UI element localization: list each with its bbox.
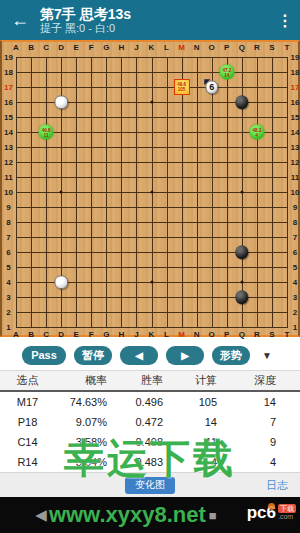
coord-letter: L: [164, 330, 169, 339]
pc6-logo-suffix: .com: [278, 513, 293, 521]
candidate-move-marker[interactable]: 49.811: [39, 125, 54, 140]
candidate-move-marker[interactable]: 48.34: [249, 125, 264, 140]
table-cell: P18: [0, 416, 55, 428]
table-cell: C14: [0, 436, 55, 448]
table-row[interactable]: C143.58%0.498119: [0, 432, 300, 452]
coord-letter: L: [164, 42, 169, 51]
table-cell: 7: [222, 416, 300, 428]
coord-number: 8: [293, 218, 297, 227]
pass-button[interactable]: Pass: [22, 346, 66, 365]
table-row[interactable]: M1774.63%0.49610514: [0, 392, 300, 412]
column-header: 计算: [165, 373, 222, 388]
coord-letter: Q: [239, 330, 245, 339]
star-point: [240, 191, 243, 194]
coord-letter: G: [103, 330, 109, 339]
coord-number: 16: [291, 98, 300, 107]
candidate-move-marker[interactable]: 47.214: [219, 65, 234, 80]
coord-number: 3: [293, 293, 297, 302]
bottom-nav-bar: ◀ www.xyxy8.net ■ pc6 下载 .com: [0, 497, 300, 533]
log-link[interactable]: 日志: [266, 478, 288, 493]
white-stone: 6: [205, 80, 219, 94]
coord-letter: O: [209, 330, 215, 339]
coord-number: 12: [4, 158, 13, 167]
coord-number: 15: [4, 113, 13, 122]
coord-letter: F: [89, 330, 94, 339]
white-stone: [54, 275, 68, 289]
table-cell: 3.58%: [55, 436, 110, 448]
column-header: 胜率: [110, 373, 165, 388]
table-cell: M17: [0, 396, 55, 408]
table-cell: 0.498: [110, 436, 165, 448]
coord-number: 15: [291, 113, 300, 122]
right-arrow-icon: ▶: [181, 350, 189, 361]
table-cell: 9: [222, 436, 300, 448]
coord-number: 6: [6, 248, 10, 257]
table-cell: 14: [165, 416, 222, 428]
chevron-down-icon[interactable]: ▼: [262, 350, 272, 361]
coord-letter: D: [58, 330, 64, 339]
coord-number: 10: [4, 188, 13, 197]
black-stone: [235, 245, 249, 259]
app-header: ← 第7手 思考13s 提子 黑:0 - 白:0 ⋮: [0, 0, 300, 40]
coord-letter: J: [134, 42, 138, 51]
coord-letter: Q: [239, 42, 245, 51]
marker-value: 11: [44, 132, 49, 137]
coord-letter: J: [134, 330, 138, 339]
coord-letter: O: [209, 42, 215, 51]
coord-number: 18: [4, 68, 13, 77]
table-cell: 11: [165, 436, 222, 448]
table-row[interactable]: P189.07%0.472147: [0, 412, 300, 432]
table-header-row: 选点概率胜率计算深度: [0, 370, 300, 392]
table-cell: 3.04%: [55, 456, 110, 468]
coord-number: 9: [293, 203, 297, 212]
coord-letter: T: [285, 42, 290, 51]
coord-number: 8: [6, 218, 10, 227]
pc6-logo-text: pc6: [247, 504, 276, 521]
coord-letter: M: [178, 330, 185, 339]
overflow-menu-icon[interactable]: ⋮: [270, 11, 300, 30]
table-cell: 74.63%: [55, 396, 110, 408]
star-point: [240, 281, 243, 284]
coord-letter: K: [149, 42, 155, 51]
coord-number: 5: [6, 263, 10, 272]
coord-number: 17: [4, 83, 13, 92]
coord-letter: N: [194, 330, 200, 339]
column-header: 选点: [0, 373, 55, 388]
pc6-logo-badge: 下载: [278, 504, 296, 513]
left-arrow-icon: ◀: [135, 350, 143, 361]
white-stone: [54, 95, 68, 109]
coord-number: 11: [291, 173, 299, 182]
coord-number: 14: [291, 128, 300, 137]
watermark-url: www.xyxy8.net: [49, 502, 206, 528]
best-move-marker[interactable]: 49.6105: [174, 79, 190, 95]
coord-letter: D: [58, 42, 64, 51]
coord-number: 11: [4, 173, 12, 182]
coord-letter: S: [269, 330, 274, 339]
coord-letter: M: [178, 42, 185, 51]
table-cell: 0.483: [110, 456, 165, 468]
coord-letter: H: [118, 330, 124, 339]
coord-number: 7: [293, 233, 297, 242]
coord-letter: E: [74, 42, 79, 51]
table-cell: 105: [165, 396, 222, 408]
table-cell: 9.07%: [55, 416, 110, 428]
pc6-logo-dot: [268, 503, 275, 510]
footer-bar: 变化图 日志: [0, 472, 300, 497]
prev-move-button[interactable]: ◀: [120, 346, 158, 365]
coord-number: 16: [4, 98, 13, 107]
coord-number: 19: [291, 53, 300, 62]
analysis-table: 选点概率胜率计算深度M1774.63%0.49610514P189.07%0.4…: [0, 370, 300, 472]
url-watermark: ◀ www.xyxy8.net ■: [35, 502, 216, 528]
marker-value: 4: [256, 132, 259, 137]
coord-number: 13: [291, 143, 300, 152]
coord-letter: S: [269, 42, 274, 51]
marker-value: 14: [224, 72, 229, 77]
next-move-button[interactable]: ▶: [166, 346, 204, 365]
coord-number: 19: [4, 53, 13, 62]
page-title: 第7手 思考13s: [40, 6, 270, 22]
star-point: [150, 281, 153, 284]
coord-letter: B: [28, 330, 34, 339]
coord-letter: C: [43, 42, 49, 51]
table-cell: R14: [0, 456, 55, 468]
coord-number: 7: [6, 233, 10, 242]
coord-number: 4: [293, 278, 297, 287]
situation-button[interactable]: 形势: [212, 346, 250, 365]
watermark-square-icon: ■: [209, 508, 217, 523]
coord-number: 12: [291, 158, 300, 167]
coord-number: 13: [4, 143, 13, 152]
coord-number: 2: [6, 308, 10, 317]
coord-letter: E: [74, 330, 79, 339]
star-point: [150, 191, 153, 194]
coord-letter: N: [194, 42, 200, 51]
coord-letter: K: [149, 330, 155, 339]
coord-number: 4: [6, 278, 10, 287]
controls-bar: Pass 暂停 ◀ ▶ 形势 ▼: [0, 343, 300, 367]
coord-number: 5: [293, 263, 297, 272]
coord-number: 1: [293, 323, 297, 332]
coord-number: 14: [4, 128, 13, 137]
table-cell: 14: [222, 396, 300, 408]
black-stone: [235, 290, 249, 304]
pause-button[interactable]: 暂停: [74, 346, 112, 365]
pc6-logo: pc6 下载 .com: [247, 504, 296, 521]
coord-letter: P: [224, 330, 229, 339]
last-move-flag-icon: [204, 79, 210, 85]
coord-letter: F: [89, 42, 94, 51]
coord-number: 2: [293, 308, 297, 317]
table-cell: 0.472: [110, 416, 165, 428]
black-stone: [235, 95, 249, 109]
variation-button[interactable]: 变化图: [125, 477, 175, 494]
coord-number: 10: [291, 188, 300, 197]
coord-letter: T: [285, 330, 290, 339]
app-screen: ← 第7手 思考13s 提子 黑:0 - 白:0 ⋮ AABBCCDDEEFFG…: [0, 0, 300, 533]
coord-number: 17: [291, 83, 300, 92]
coord-letter: B: [28, 42, 34, 51]
column-header: 概率: [55, 373, 110, 388]
coord-number: 9: [6, 203, 10, 212]
coord-number: 3: [6, 293, 10, 302]
coord-letter: R: [254, 42, 260, 51]
coord-number: 6: [293, 248, 297, 257]
captures-status: 提子 黑:0 - 白:0: [40, 22, 270, 35]
marker-value: 105: [178, 87, 186, 92]
column-header: 深度: [222, 373, 300, 388]
table-cell: 0.496: [110, 396, 165, 408]
star-point: [60, 191, 63, 194]
coord-letter: H: [118, 42, 124, 51]
star-point: [150, 101, 153, 104]
go-board[interactable]: AABBCCDDEEFFGGHHJJKKLLMMNNOOPPQQRRSSTT19…: [0, 40, 300, 337]
coord-letter: C: [43, 330, 49, 339]
table-cell: 4: [165, 456, 222, 468]
coord-letter: A: [13, 42, 19, 51]
table-row[interactable]: R143.04%0.48344: [0, 452, 300, 472]
coord-letter: R: [254, 330, 260, 339]
coord-letter: A: [13, 330, 19, 339]
watermark-back-icon: ◀: [35, 506, 47, 524]
coord-letter: G: [103, 42, 109, 51]
header-titles: 第7手 思考13s 提子 黑:0 - 白:0: [40, 5, 270, 35]
table-cell: 4: [222, 456, 300, 468]
back-button[interactable]: ←: [0, 10, 40, 31]
coord-number: 18: [291, 68, 300, 77]
coord-letter: P: [224, 42, 229, 51]
coord-number: 1: [6, 323, 10, 332]
